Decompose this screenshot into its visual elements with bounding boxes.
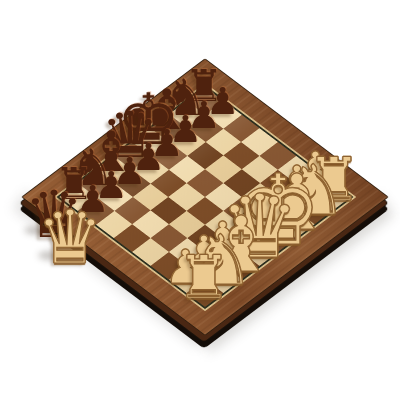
board-playing-surface <box>57 85 354 309</box>
chess-set-photo-scene: ♜♞♝♛♚♝♞♜♟♟♟♟♟♟♟♟♟♟♟♟♟♟♟♟♜♞♝♛♚♝♞♜♛♛ <box>0 0 400 400</box>
chess-board <box>21 58 389 336</box>
board-squares-grid <box>59 87 350 307</box>
